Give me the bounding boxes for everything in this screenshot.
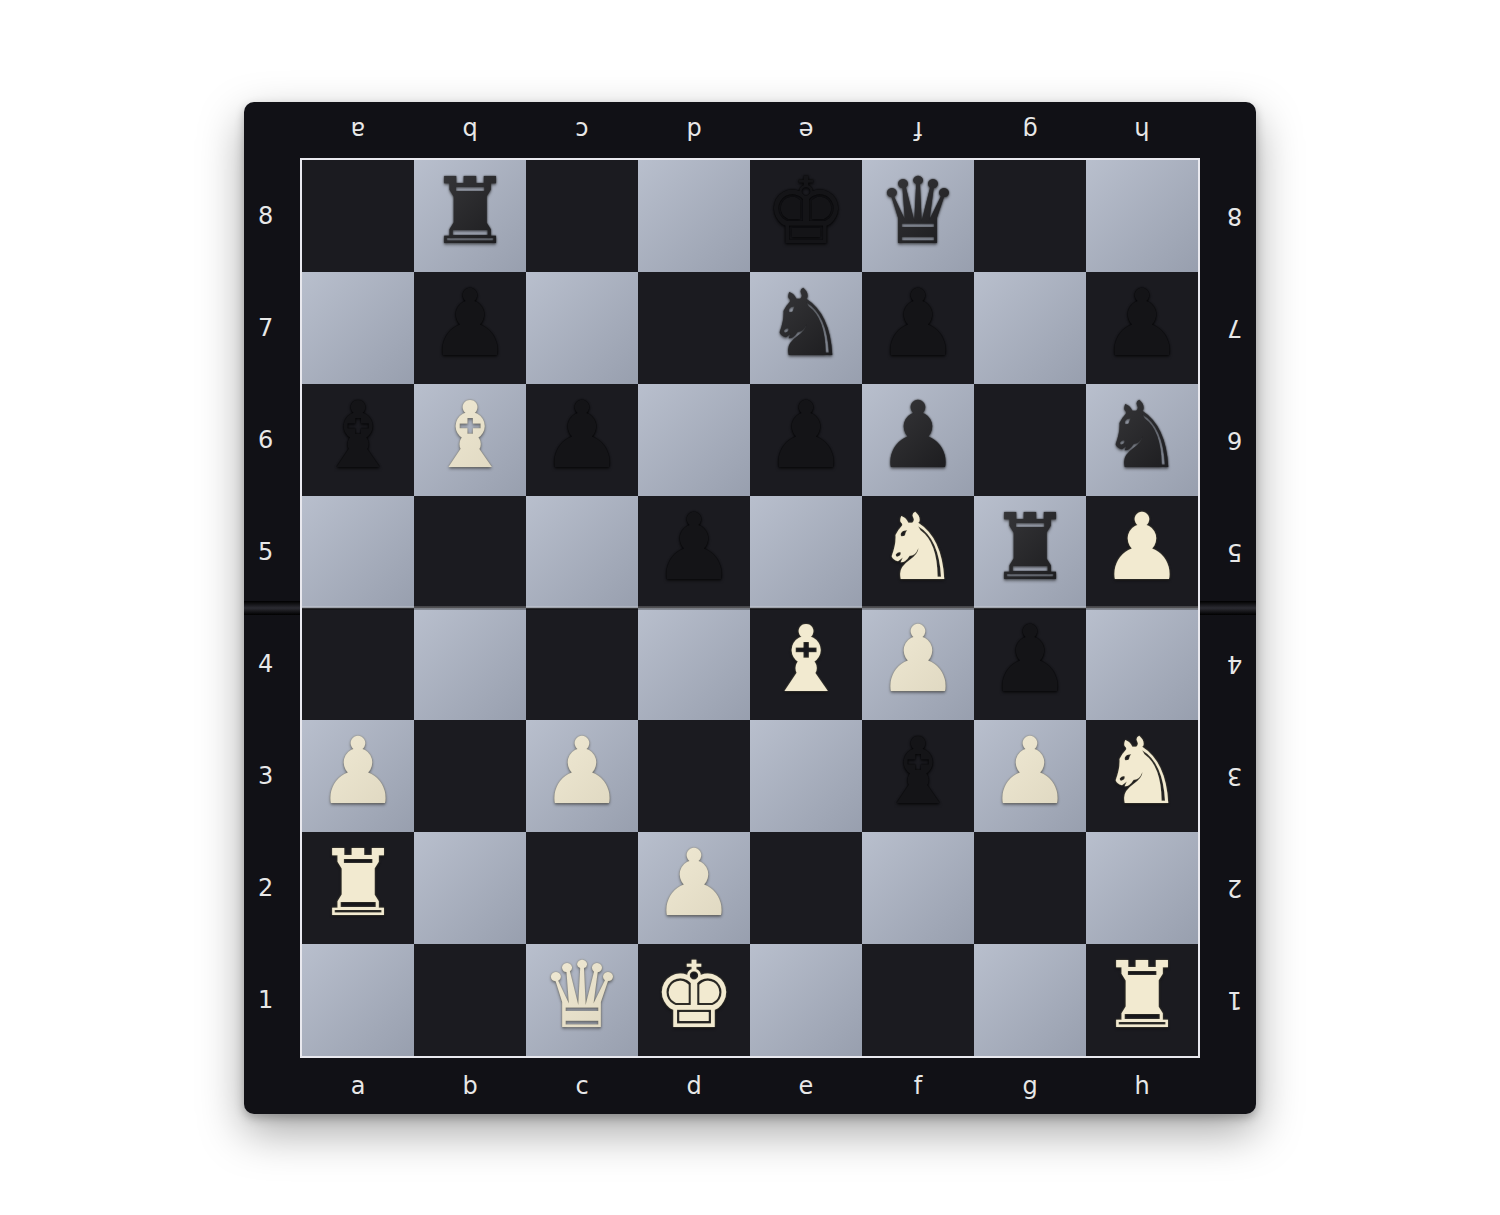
black-bishop-f3[interactable]: ♝ (877, 726, 959, 818)
file-label-e: e (750, 1072, 862, 1100)
square-d6[interactable] (638, 384, 750, 496)
white-pawn-g3[interactable]: ♟ (989, 726, 1071, 818)
square-e5[interactable] (750, 496, 862, 608)
rank-label-4: 4 (258, 608, 273, 720)
rank-label-7: 7 (258, 272, 273, 384)
square-a4[interactable] (302, 608, 414, 720)
file-label-top-c: c (526, 116, 638, 144)
square-d2[interactable]: ♟ (638, 832, 750, 944)
black-queen-f8[interactable]: ♛ (877, 166, 959, 258)
square-h8[interactable] (1086, 160, 1198, 272)
rank-label-6: 6 (258, 384, 273, 496)
square-b2[interactable] (414, 832, 526, 944)
square-h5[interactable]: ♟ (1086, 496, 1198, 608)
file-label-c: c (526, 1072, 638, 1100)
file-label-g: g (974, 1072, 1086, 1100)
square-d3[interactable] (638, 720, 750, 832)
square-b3[interactable] (414, 720, 526, 832)
rank-label-3: 3 (258, 720, 273, 832)
square-h2[interactable] (1086, 832, 1198, 944)
white-rook-a2[interactable]: ♜ (317, 838, 399, 930)
square-b8[interactable]: ♜ (414, 160, 526, 272)
rank-label-5: 5 (258, 496, 273, 608)
square-c6[interactable]: ♟ (526, 384, 638, 496)
square-e1[interactable] (750, 944, 862, 1056)
square-c4[interactable] (526, 608, 638, 720)
file-label-top-f: f (862, 116, 974, 144)
square-g1[interactable] (974, 944, 1086, 1056)
file-label-top-h: h (1086, 116, 1198, 144)
black-pawn-f7[interactable]: ♟ (877, 278, 959, 370)
square-f2[interactable] (862, 832, 974, 944)
black-knight-h6[interactable]: ♞ (1101, 390, 1183, 482)
square-d5[interactable]: ♟ (638, 496, 750, 608)
page-background: abcdefgh abcdefgh 87654321 87654321 ♜♚♛♟… (0, 0, 1500, 1215)
file-label-top-b: b (414, 116, 526, 144)
file-label-top-g: g (974, 116, 1086, 144)
file-label-b: b (414, 1072, 526, 1100)
square-f5[interactable]: ♞ (862, 496, 974, 608)
black-pawn-b7[interactable]: ♟ (429, 278, 511, 370)
square-a6[interactable]: ♝ (302, 384, 414, 496)
white-knight-f5[interactable]: ♞ (877, 502, 959, 594)
square-c8[interactable] (526, 160, 638, 272)
white-pawn-a3[interactable]: ♟ (317, 726, 399, 818)
square-a5[interactable] (302, 496, 414, 608)
square-e6[interactable]: ♟ (750, 384, 862, 496)
rank-label-2: 2 (258, 832, 273, 944)
black-rook-b8[interactable]: ♜ (429, 166, 511, 258)
square-h1[interactable]: ♜ (1086, 944, 1198, 1056)
square-f3[interactable]: ♝ (862, 720, 974, 832)
square-g7[interactable] (974, 272, 1086, 384)
black-king-e8[interactable]: ♚ (765, 166, 847, 258)
white-queen-c1[interactable]: ♛ (541, 950, 623, 1042)
square-e7[interactable]: ♞ (750, 272, 862, 384)
rank-label-right-7: 7 (1227, 272, 1242, 384)
square-g6[interactable] (974, 384, 1086, 496)
square-d1[interactable]: ♚ (638, 944, 750, 1056)
square-b1[interactable] (414, 944, 526, 1056)
square-g8[interactable] (974, 160, 1086, 272)
black-knight-e7[interactable]: ♞ (765, 278, 847, 370)
square-b7[interactable]: ♟ (414, 272, 526, 384)
file-label-top-d: d (638, 116, 750, 144)
white-bishop-e4[interactable]: ♝ (765, 614, 847, 706)
square-e4[interactable]: ♝ (750, 608, 862, 720)
square-f7[interactable]: ♟ (862, 272, 974, 384)
square-a8[interactable] (302, 160, 414, 272)
square-f1[interactable] (862, 944, 974, 1056)
square-a3[interactable]: ♟ (302, 720, 414, 832)
white-pawn-f4[interactable]: ♟ (877, 614, 959, 706)
file-label-a: a (302, 1072, 414, 1100)
white-bishop-b6[interactable]: ♝ (429, 390, 511, 482)
square-e2[interactable] (750, 832, 862, 944)
square-h6[interactable]: ♞ (1086, 384, 1198, 496)
white-pawn-d2[interactable]: ♟ (653, 838, 735, 930)
square-e3[interactable] (750, 720, 862, 832)
square-d7[interactable] (638, 272, 750, 384)
rank-labels-left: 87654321 (258, 160, 273, 1056)
rank-label-1: 1 (258, 944, 273, 1056)
square-g5[interactable]: ♜ (974, 496, 1086, 608)
square-g2[interactable] (974, 832, 1086, 944)
file-labels-bottom: abcdefgh (302, 1072, 1198, 1100)
chess-board: ♜♚♛♟♞♟♟♝♝♟♟♟♞♟♞♜♟♝♟♟♟♟♝♟♞♜♟♛♚♜ (302, 160, 1198, 1056)
black-rook-g5[interactable]: ♜ (989, 502, 1071, 594)
square-a1[interactable] (302, 944, 414, 1056)
square-g4[interactable]: ♟ (974, 608, 1086, 720)
rank-labels-right: 87654321 (1227, 160, 1242, 1056)
file-label-f: f (862, 1072, 974, 1100)
black-pawn-e6[interactable]: ♟ (765, 390, 847, 482)
black-bishop-a6[interactable]: ♝ (317, 390, 399, 482)
square-d4[interactable] (638, 608, 750, 720)
file-labels-top: abcdefgh (302, 116, 1198, 144)
white-pawn-h5[interactable]: ♟ (1101, 502, 1183, 594)
white-pawn-c3[interactable]: ♟ (541, 726, 623, 818)
square-f4[interactable]: ♟ (862, 608, 974, 720)
black-pawn-h7[interactable]: ♟ (1101, 278, 1183, 370)
square-f6[interactable]: ♟ (862, 384, 974, 496)
file-label-d: d (638, 1072, 750, 1100)
black-pawn-g4[interactable]: ♟ (989, 614, 1071, 706)
rank-label-right-3: 3 (1227, 720, 1242, 832)
square-c1[interactable]: ♛ (526, 944, 638, 1056)
white-rook-h1[interactable]: ♜ (1101, 950, 1183, 1042)
rank-label-right-5: 5 (1227, 496, 1242, 608)
white-knight-h3[interactable]: ♞ (1101, 726, 1183, 818)
rank-label-right-6: 6 (1227, 384, 1242, 496)
black-pawn-c6[interactable]: ♟ (541, 390, 623, 482)
square-h7[interactable]: ♟ (1086, 272, 1198, 384)
rank-label-right-1: 1 (1227, 944, 1242, 1056)
white-king-d1[interactable]: ♚ (653, 950, 735, 1042)
chess-board-frame: abcdefgh abcdefgh 87654321 87654321 ♜♚♛♟… (244, 102, 1256, 1114)
black-pawn-f6[interactable]: ♟ (877, 390, 959, 482)
square-b4[interactable] (414, 608, 526, 720)
square-b6[interactable]: ♝ (414, 384, 526, 496)
file-label-top-e: e (750, 116, 862, 144)
square-b5[interactable] (414, 496, 526, 608)
rank-label-right-8: 8 (1227, 160, 1242, 272)
square-d8[interactable] (638, 160, 750, 272)
square-h4[interactable] (1086, 608, 1198, 720)
file-label-top-a: a (302, 116, 414, 144)
square-h3[interactable]: ♞ (1086, 720, 1198, 832)
black-pawn-d5[interactable]: ♟ (653, 502, 735, 594)
rank-label-right-2: 2 (1227, 832, 1242, 944)
square-a7[interactable] (302, 272, 414, 384)
square-e8[interactable]: ♚ (750, 160, 862, 272)
square-f8[interactable]: ♛ (862, 160, 974, 272)
square-c2[interactable] (526, 832, 638, 944)
rank-label-right-4: 4 (1227, 608, 1242, 720)
square-c5[interactable] (526, 496, 638, 608)
rank-label-8: 8 (258, 160, 273, 272)
fold-hinge-left (244, 601, 304, 615)
square-a2[interactable]: ♜ (302, 832, 414, 944)
file-label-h: h (1086, 1072, 1198, 1100)
square-c7[interactable] (526, 272, 638, 384)
square-g3[interactable]: ♟ (974, 720, 1086, 832)
square-c3[interactable]: ♟ (526, 720, 638, 832)
